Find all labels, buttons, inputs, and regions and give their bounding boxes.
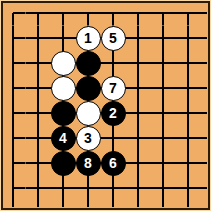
stone-white [51, 51, 76, 76]
stone-white [76, 101, 101, 126]
go-diagram: 15724386 [0, 0, 211, 211]
stone-black [51, 101, 76, 126]
stone-black-6: 6 [101, 151, 126, 176]
stone-white [51, 76, 76, 101]
stone-white-3: 3 [76, 126, 101, 151]
stone-white-7: 7 [101, 76, 126, 101]
stone-white-1: 1 [76, 26, 101, 51]
stone-black-4: 4 [51, 126, 76, 151]
stone-white-5: 5 [101, 26, 126, 51]
stone-black [76, 76, 101, 101]
stone-black-8: 8 [76, 151, 101, 176]
stone-black [51, 151, 76, 176]
stone-black-2: 2 [101, 101, 126, 126]
stones-layer: 15724386 [0, 0, 211, 211]
stone-black [76, 51, 101, 76]
